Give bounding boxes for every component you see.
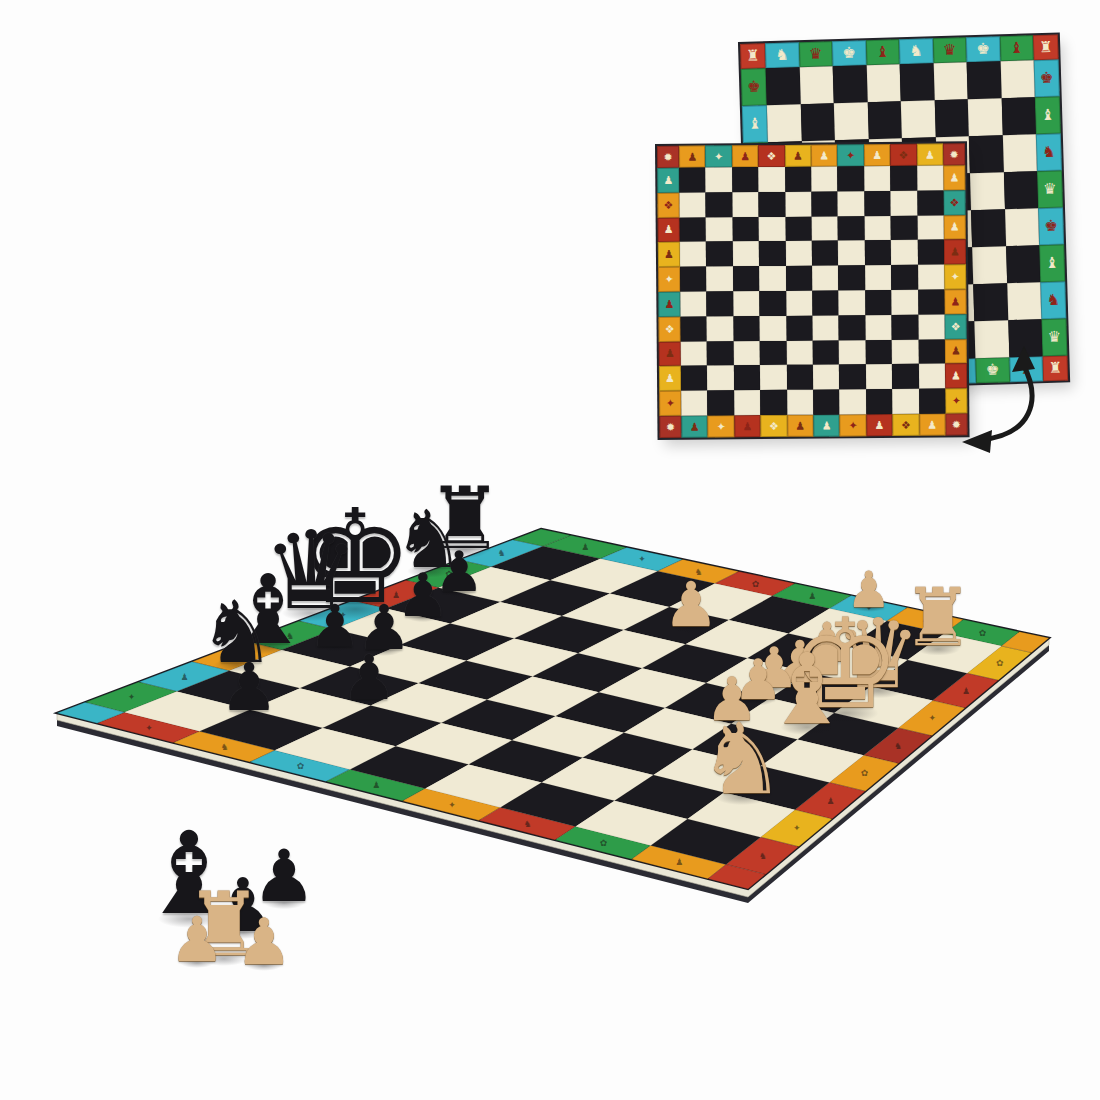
wood-pawn-piece[interactable]: ♟	[169, 909, 225, 971]
wood-pawn-piece[interactable]: ♟	[663, 574, 719, 636]
black-pawn-piece[interactable]: ♟	[219, 655, 278, 721]
flip-arrow-curve	[980, 364, 1032, 440]
product-photo-stage: ♟✦♞✿✦♞✿♟♞✿♟✦✿♟✦♞♟✦♞✿✦♞✿♟♞✿♟✦✿♟✦♞ ♜♜♜♜♞♞♛…	[0, 0, 1100, 1100]
flip-arrow-head	[962, 430, 992, 453]
wood-knight-piece[interactable]: ♞	[698, 710, 786, 808]
black-pawn-piece[interactable]: ♟	[341, 647, 397, 709]
wood-pawn-piece[interactable]: ♟	[235, 910, 292, 974]
flip-arrow-head	[1012, 346, 1035, 372]
